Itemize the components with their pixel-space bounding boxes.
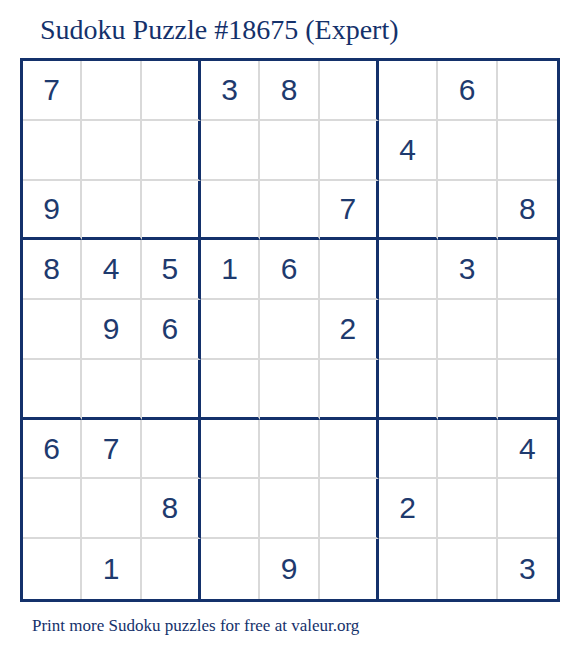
sudoku-cell-r3c1[interactable]: 9 bbox=[23, 181, 82, 241]
sudoku-cell-r8c9[interactable] bbox=[498, 479, 557, 539]
sudoku-cell-r6c9[interactable] bbox=[498, 360, 557, 420]
sudoku-cell-r6c1[interactable] bbox=[23, 360, 82, 420]
sudoku-cell-r1c7[interactable] bbox=[379, 61, 438, 121]
sudoku-cell-r9c4[interactable] bbox=[201, 539, 260, 599]
sudoku-cell-r3c7[interactable] bbox=[379, 181, 438, 241]
sudoku-cell-r3c9[interactable]: 8 bbox=[498, 181, 557, 241]
sudoku-cell-r2c7[interactable]: 4 bbox=[379, 121, 438, 181]
sudoku-cell-r7c9[interactable]: 4 bbox=[498, 420, 557, 480]
sudoku-cell-r4c9[interactable] bbox=[498, 240, 557, 300]
sudoku-cell-r6c7[interactable] bbox=[379, 360, 438, 420]
sudoku-cell-r4c7[interactable] bbox=[379, 240, 438, 300]
sudoku-cell-r8c2[interactable] bbox=[82, 479, 141, 539]
sudoku-cell-r4c3[interactable]: 5 bbox=[142, 240, 201, 300]
sudoku-cell-r8c1[interactable] bbox=[23, 479, 82, 539]
sudoku-cell-r5c3[interactable]: 6 bbox=[142, 300, 201, 360]
sudoku-cell-r3c2[interactable] bbox=[82, 181, 141, 241]
sudoku-cell-r1c3[interactable] bbox=[142, 61, 201, 121]
sudoku-cell-r4c4[interactable]: 1 bbox=[201, 240, 260, 300]
sudoku-cell-r3c4[interactable] bbox=[201, 181, 260, 241]
sudoku-cell-r3c3[interactable] bbox=[142, 181, 201, 241]
sudoku-cell-r2c2[interactable] bbox=[82, 121, 141, 181]
sudoku-cell-r6c8[interactable] bbox=[438, 360, 497, 420]
sudoku-cell-r7c2[interactable]: 7 bbox=[82, 420, 141, 480]
sudoku-cell-r4c2[interactable]: 4 bbox=[82, 240, 141, 300]
sudoku-cell-r8c6[interactable] bbox=[320, 479, 379, 539]
sudoku-cell-r5c6[interactable]: 2 bbox=[320, 300, 379, 360]
sudoku-cell-r5c7[interactable] bbox=[379, 300, 438, 360]
sudoku-cell-r6c3[interactable] bbox=[142, 360, 201, 420]
sudoku-cell-r9c3[interactable] bbox=[142, 539, 201, 599]
sudoku-cell-r8c5[interactable] bbox=[260, 479, 319, 539]
sudoku-cell-r5c8[interactable] bbox=[438, 300, 497, 360]
sudoku-cell-r1c1[interactable]: 7 bbox=[23, 61, 82, 121]
sudoku-cell-r4c1[interactable]: 8 bbox=[23, 240, 82, 300]
sudoku-cell-r2c1[interactable] bbox=[23, 121, 82, 181]
sudoku-grid: 7386497884516396267482193 bbox=[20, 58, 560, 602]
sudoku-cell-r2c5[interactable] bbox=[260, 121, 319, 181]
page-title: Sudoku Puzzle #18675 (Expert) bbox=[40, 12, 399, 48]
sudoku-cell-r1c4[interactable]: 3 bbox=[201, 61, 260, 121]
sudoku-cell-r9c2[interactable]: 1 bbox=[82, 539, 141, 599]
sudoku-cell-r7c3[interactable] bbox=[142, 420, 201, 480]
sudoku-cell-r1c2[interactable] bbox=[82, 61, 141, 121]
sudoku-cell-r9c1[interactable] bbox=[23, 539, 82, 599]
sudoku-cell-r5c5[interactable] bbox=[260, 300, 319, 360]
sudoku-cell-r1c8[interactable]: 6 bbox=[438, 61, 497, 121]
sudoku-cell-r7c1[interactable]: 6 bbox=[23, 420, 82, 480]
sudoku-cell-r4c8[interactable]: 3 bbox=[438, 240, 497, 300]
footer-note: Print more Sudoku puzzles for free at va… bbox=[32, 614, 359, 638]
sudoku-cell-r5c9[interactable] bbox=[498, 300, 557, 360]
sudoku-cell-r6c6[interactable] bbox=[320, 360, 379, 420]
sudoku-cell-r8c4[interactable] bbox=[201, 479, 260, 539]
sudoku-cell-r3c6[interactable]: 7 bbox=[320, 181, 379, 241]
sudoku-page: Sudoku Puzzle #18675 (Expert) 7386497884… bbox=[0, 0, 580, 651]
sudoku-cell-r2c9[interactable] bbox=[498, 121, 557, 181]
sudoku-cell-r5c2[interactable]: 9 bbox=[82, 300, 141, 360]
sudoku-cell-r9c5[interactable]: 9 bbox=[260, 539, 319, 599]
sudoku-cell-r3c5[interactable] bbox=[260, 181, 319, 241]
sudoku-cell-r4c5[interactable]: 6 bbox=[260, 240, 319, 300]
sudoku-cell-r6c2[interactable] bbox=[82, 360, 141, 420]
sudoku-cell-r1c6[interactable] bbox=[320, 61, 379, 121]
sudoku-cell-r7c4[interactable] bbox=[201, 420, 260, 480]
sudoku-cell-r9c8[interactable] bbox=[438, 539, 497, 599]
sudoku-cell-r3c8[interactable] bbox=[438, 181, 497, 241]
sudoku-cell-r8c3[interactable]: 8 bbox=[142, 479, 201, 539]
sudoku-cell-r1c5[interactable]: 8 bbox=[260, 61, 319, 121]
sudoku-cell-r2c6[interactable] bbox=[320, 121, 379, 181]
sudoku-cell-r7c8[interactable] bbox=[438, 420, 497, 480]
sudoku-cell-r8c7[interactable]: 2 bbox=[379, 479, 438, 539]
sudoku-cell-r2c8[interactable] bbox=[438, 121, 497, 181]
sudoku-cell-r8c8[interactable] bbox=[438, 479, 497, 539]
sudoku-cell-r6c5[interactable] bbox=[260, 360, 319, 420]
sudoku-cell-r1c9[interactable] bbox=[498, 61, 557, 121]
sudoku-cell-r6c4[interactable] bbox=[201, 360, 260, 420]
sudoku-cell-r7c7[interactable] bbox=[379, 420, 438, 480]
sudoku-cell-r7c6[interactable] bbox=[320, 420, 379, 480]
sudoku-cell-r5c4[interactable] bbox=[201, 300, 260, 360]
sudoku-cell-r5c1[interactable] bbox=[23, 300, 82, 360]
sudoku-cell-r9c7[interactable] bbox=[379, 539, 438, 599]
sudoku-cell-r7c5[interactable] bbox=[260, 420, 319, 480]
sudoku-cell-r4c6[interactable] bbox=[320, 240, 379, 300]
sudoku-cell-r2c4[interactable] bbox=[201, 121, 260, 181]
sudoku-cell-r9c9[interactable]: 3 bbox=[498, 539, 557, 599]
sudoku-cell-r9c6[interactable] bbox=[320, 539, 379, 599]
sudoku-cell-r2c3[interactable] bbox=[142, 121, 201, 181]
